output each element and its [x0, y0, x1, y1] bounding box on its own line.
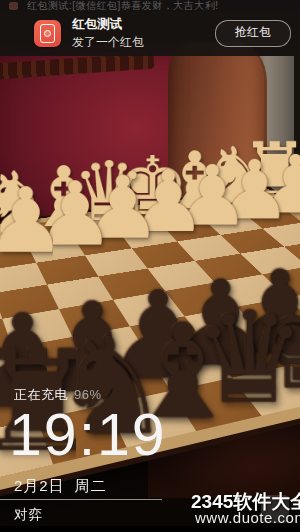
- ticker-text: 红包测试:[微信红包]恭喜发财，大吉大利!: [27, 0, 219, 11]
- notification-ticker: 红包测试:[微信红包]恭喜发财，大吉大利!: [0, 0, 300, 11]
- board-square: [237, 298, 300, 335]
- bottom-black-strip: [0, 526, 300, 532]
- date-label: 2月2日: [14, 477, 65, 494]
- owner-signature: 对弈: [14, 506, 43, 524]
- watermark-site-url: www.duote.com: [195, 509, 300, 526]
- piece-white-rook: ♜: [240, 133, 283, 210]
- red-packet-notification[interactable]: 红包测试 发了一个红包 抢红包: [0, 11, 300, 56]
- notification-title: 红包测试: [72, 17, 215, 32]
- notification-texts: 红包测试 发了一个红包: [72, 17, 215, 49]
- weekday-label: 周二: [75, 477, 107, 494]
- charging-label: 正在充电: [14, 387, 68, 402]
- lockscreen-divider: [0, 499, 162, 500]
- lock-screen: ♜♞♝♛♚♝♞♜♟♟♟♟♟♟♟♟♟♟♟♟♟♟♟♟♜♞♝♛♚♝♞♜ 红包测试:[微…: [0, 0, 300, 532]
- clock-time: 19:19: [9, 406, 167, 465]
- date-row: 2月2日周二: [14, 477, 107, 496]
- ticker-app-icon: [9, 2, 18, 10]
- piece-white-pawn: ♟: [260, 145, 300, 225]
- grab-red-packet-button[interactable]: 抢红包: [215, 20, 291, 47]
- battery-percent: 96%: [74, 387, 102, 402]
- piece-white-knight: ♞: [201, 137, 245, 215]
- notification-body: 发了一个红包: [72, 35, 215, 49]
- red-packet-icon: [34, 20, 61, 47]
